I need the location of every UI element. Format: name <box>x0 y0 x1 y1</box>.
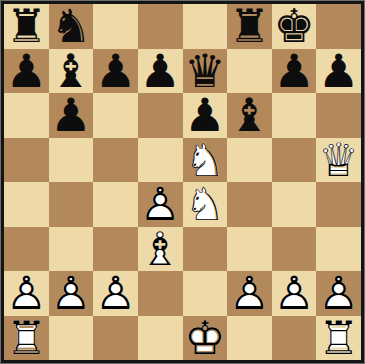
black-rook-glyph: ♜︎ <box>227 4 272 49</box>
square-a7[interactable]: ♟︎ <box>4 49 49 94</box>
square-f8[interactable]: ♜︎ <box>227 4 272 49</box>
white-pawn-outline: ♙︎ <box>227 271 272 316</box>
square-g5[interactable] <box>272 138 317 183</box>
square-h5[interactable]: ♛︎♕︎ <box>316 138 361 183</box>
square-a5[interactable] <box>4 138 49 183</box>
square-d6[interactable] <box>138 93 183 138</box>
white-king-glyph: ♚︎ <box>183 316 228 361</box>
square-d5[interactable] <box>138 138 183 183</box>
square-a1[interactable]: ♜︎♖︎ <box>4 316 49 361</box>
black-pawn: ♟︎ <box>272 49 317 94</box>
black-rook: ♜︎ <box>227 4 272 49</box>
square-g3[interactable] <box>272 227 317 272</box>
white-pawn-glyph: ♟︎ <box>93 271 138 316</box>
square-e8[interactable] <box>183 4 228 49</box>
black-bishop-glyph: ♝︎ <box>49 49 94 94</box>
black-queen: ♛︎ <box>183 49 228 94</box>
square-d3[interactable]: ♝︎♗︎ <box>138 227 183 272</box>
chess-board: ♜︎♞︎♜︎♚︎♟︎♝︎♟︎♟︎♛︎♟︎♟︎♟︎♟︎♝︎♞︎♘︎♛︎♕︎♟︎♙︎… <box>4 4 361 360</box>
white-pawn-outline: ♙︎ <box>272 271 317 316</box>
black-knight: ♞︎ <box>49 4 94 49</box>
black-bishop-glyph: ♝︎ <box>227 93 272 138</box>
black-king: ♚︎ <box>272 4 317 49</box>
square-e7[interactable]: ♛︎ <box>183 49 228 94</box>
black-knight-glyph: ♞︎ <box>49 4 94 49</box>
square-d1[interactable] <box>138 316 183 361</box>
white-knight-outline: ♘︎ <box>183 182 228 227</box>
white-pawn: ♟︎♙︎ <box>227 271 272 316</box>
black-pawn: ♟︎ <box>49 93 94 138</box>
white-rook-outline: ♖︎ <box>316 316 361 361</box>
square-c2[interactable]: ♟︎♙︎ <box>93 271 138 316</box>
square-h2[interactable]: ♟︎♙︎ <box>316 271 361 316</box>
square-h1[interactable]: ♜︎♖︎ <box>316 316 361 361</box>
square-a4[interactable] <box>4 182 49 227</box>
white-pawn-glyph: ♟︎ <box>4 271 49 316</box>
white-pawn-outline: ♙︎ <box>49 271 94 316</box>
square-b8[interactable]: ♞︎ <box>49 4 94 49</box>
white-queen: ♛︎♕︎ <box>316 138 361 183</box>
square-a3[interactable] <box>4 227 49 272</box>
square-a2[interactable]: ♟︎♙︎ <box>4 271 49 316</box>
white-pawn: ♟︎♙︎ <box>316 271 361 316</box>
square-d4[interactable]: ♟︎♙︎ <box>138 182 183 227</box>
square-b2[interactable]: ♟︎♙︎ <box>49 271 94 316</box>
white-queen-glyph: ♛︎ <box>316 138 361 183</box>
black-pawn-glyph: ♟︎ <box>49 93 94 138</box>
white-queen-outline: ♕︎ <box>316 138 361 183</box>
white-pawn-glyph: ♟︎ <box>138 182 183 227</box>
square-e3[interactable] <box>183 227 228 272</box>
black-pawn-glyph: ♟︎ <box>4 49 49 94</box>
white-knight-outline: ♘︎ <box>183 138 228 183</box>
square-b1[interactable] <box>49 316 94 361</box>
board-frame: ♜︎♞︎♜︎♚︎♟︎♝︎♟︎♟︎♛︎♟︎♟︎♟︎♟︎♝︎♞︎♘︎♛︎♕︎♟︎♙︎… <box>0 0 365 364</box>
white-rook-glyph: ♜︎ <box>4 316 49 361</box>
white-knight: ♞︎♘︎ <box>183 138 228 183</box>
square-a6[interactable] <box>4 93 49 138</box>
square-f4[interactable] <box>227 182 272 227</box>
square-g4[interactable] <box>272 182 317 227</box>
black-pawn-glyph: ♟︎ <box>183 93 228 138</box>
square-e1[interactable]: ♚︎♔︎ <box>183 316 228 361</box>
white-pawn-outline: ♙︎ <box>316 271 361 316</box>
white-knight: ♞︎♘︎ <box>183 182 228 227</box>
black-pawn: ♟︎ <box>93 49 138 94</box>
square-b7[interactable]: ♝︎ <box>49 49 94 94</box>
square-d8[interactable] <box>138 4 183 49</box>
square-f6[interactable]: ♝︎ <box>227 93 272 138</box>
black-pawn-glyph: ♟︎ <box>93 49 138 94</box>
white-pawn-glyph: ♟︎ <box>316 271 361 316</box>
square-f1[interactable] <box>227 316 272 361</box>
white-knight-glyph: ♞︎ <box>183 138 228 183</box>
black-queen-glyph: ♛︎ <box>183 49 228 94</box>
black-pawn: ♟︎ <box>138 49 183 94</box>
black-rook-glyph: ♜︎ <box>4 4 49 49</box>
black-pawn: ♟︎ <box>4 49 49 94</box>
square-c7[interactable]: ♟︎ <box>93 49 138 94</box>
square-h4[interactable] <box>316 182 361 227</box>
white-bishop-outline: ♗︎ <box>138 227 183 272</box>
white-rook-glyph: ♜︎ <box>316 316 361 361</box>
white-pawn-outline: ♙︎ <box>93 271 138 316</box>
square-g8[interactable]: ♚︎ <box>272 4 317 49</box>
square-c6[interactable] <box>93 93 138 138</box>
square-c1[interactable] <box>93 316 138 361</box>
square-h8[interactable] <box>316 4 361 49</box>
white-pawn: ♟︎♙︎ <box>93 271 138 316</box>
square-a8[interactable]: ♜︎ <box>4 4 49 49</box>
white-knight-glyph: ♞︎ <box>183 182 228 227</box>
square-c5[interactable] <box>93 138 138 183</box>
square-d7[interactable]: ♟︎ <box>138 49 183 94</box>
square-h6[interactable] <box>316 93 361 138</box>
square-b3[interactable] <box>49 227 94 272</box>
square-g1[interactable] <box>272 316 317 361</box>
white-bishop-glyph: ♝︎ <box>138 227 183 272</box>
square-e6[interactable]: ♟︎ <box>183 93 228 138</box>
white-rook: ♜︎♖︎ <box>316 316 361 361</box>
black-pawn: ♟︎ <box>316 49 361 94</box>
square-e4[interactable]: ♞︎♘︎ <box>183 182 228 227</box>
square-c4[interactable] <box>93 182 138 227</box>
white-pawn-glyph: ♟︎ <box>272 271 317 316</box>
square-f2[interactable]: ♟︎♙︎ <box>227 271 272 316</box>
white-pawn: ♟︎♙︎ <box>4 271 49 316</box>
white-pawn-glyph: ♟︎ <box>227 271 272 316</box>
white-pawn-outline: ♙︎ <box>4 271 49 316</box>
square-h7[interactable]: ♟︎ <box>316 49 361 94</box>
white-king: ♚︎♔︎ <box>183 316 228 361</box>
square-b5[interactable] <box>49 138 94 183</box>
square-e5[interactable]: ♞︎♘︎ <box>183 138 228 183</box>
square-c8[interactable] <box>93 4 138 49</box>
square-f7[interactable] <box>227 49 272 94</box>
white-rook-outline: ♖︎ <box>4 316 49 361</box>
square-e2[interactable] <box>183 271 228 316</box>
black-king-glyph: ♚︎ <box>272 4 317 49</box>
square-f5[interactable] <box>227 138 272 183</box>
black-pawn-glyph: ♟︎ <box>316 49 361 94</box>
white-pawn-glyph: ♟︎ <box>49 271 94 316</box>
black-pawn-glyph: ♟︎ <box>138 49 183 94</box>
black-pawn-glyph: ♟︎ <box>272 49 317 94</box>
black-rook: ♜︎ <box>4 4 49 49</box>
square-b4[interactable] <box>49 182 94 227</box>
black-bishop: ♝︎ <box>227 93 272 138</box>
square-b6[interactable]: ♟︎ <box>49 93 94 138</box>
black-pawn: ♟︎ <box>183 93 228 138</box>
square-h3[interactable] <box>316 227 361 272</box>
black-bishop: ♝︎ <box>49 49 94 94</box>
white-pawn: ♟︎♙︎ <box>49 271 94 316</box>
square-g7[interactable]: ♟︎ <box>272 49 317 94</box>
white-pawn: ♟︎♙︎ <box>272 271 317 316</box>
square-g6[interactable] <box>272 93 317 138</box>
white-pawn-outline: ♙︎ <box>138 182 183 227</box>
square-g2[interactable]: ♟︎♙︎ <box>272 271 317 316</box>
square-f3[interactable] <box>227 227 272 272</box>
white-rook: ♜︎♖︎ <box>4 316 49 361</box>
square-c3[interactable] <box>93 227 138 272</box>
square-d2[interactable] <box>138 271 183 316</box>
white-pawn: ♟︎♙︎ <box>138 182 183 227</box>
white-king-outline: ♔︎ <box>183 316 228 361</box>
white-bishop: ♝︎♗︎ <box>138 227 183 272</box>
